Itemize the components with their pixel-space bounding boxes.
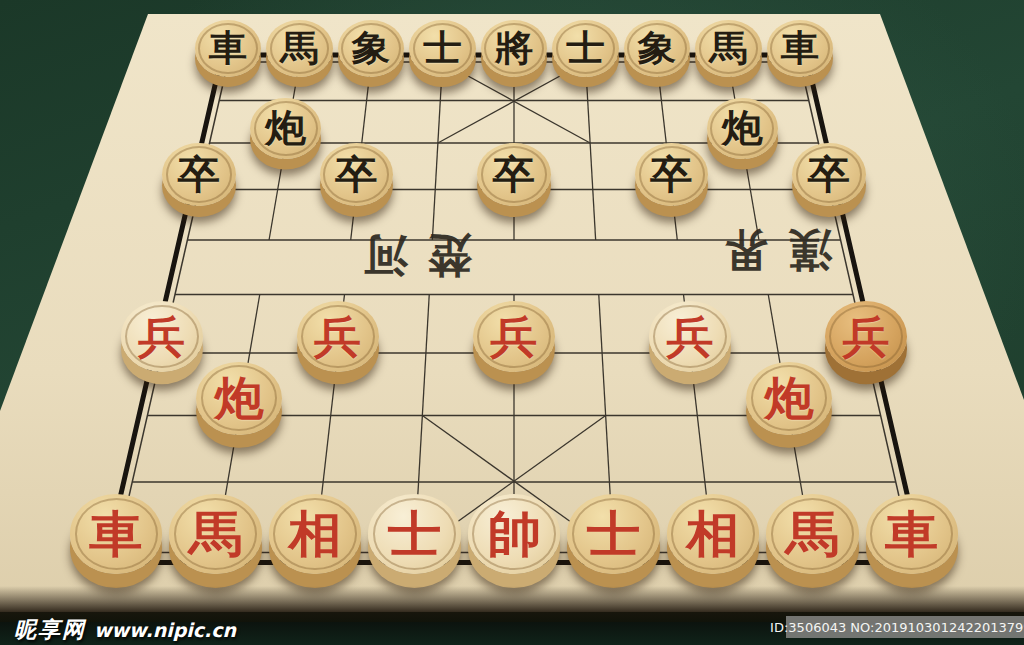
watermark-id-text: ID:3506043 NO:20191030124220137992 (770, 620, 1024, 635)
piece-red-相[interactable]: 相 (269, 494, 361, 574)
photo-scene: 楚河 漢界 車馬象士將士象馬車炮炮卒卒卒卒卒兵兵兵兵兵炮炮車馬相士帥士相馬車 昵… (0, 0, 1024, 645)
piece-glyph: 炮 (214, 376, 263, 421)
piece-red-馬[interactable]: 馬 (169, 494, 261, 574)
piece-red-車[interactable]: 車 (866, 494, 958, 574)
piece-black-馬[interactable]: 馬 (266, 20, 332, 77)
piece-red-士[interactable]: 士 (368, 494, 460, 574)
piece-black-卒[interactable]: 卒 (635, 143, 708, 206)
piece-glyph: 馬 (709, 31, 748, 67)
piece-black-炮[interactable]: 炮 (707, 98, 778, 159)
piece-glyph: 馬 (280, 31, 319, 67)
piece-glyph: 兵 (843, 315, 891, 359)
piece-glyph: 卒 (493, 155, 536, 194)
piece-glyph: 將 (495, 31, 534, 67)
piece-red-炮[interactable]: 炮 (746, 362, 831, 435)
piece-red-士[interactable]: 士 (567, 494, 659, 574)
piece-glyph: 象 (638, 31, 677, 67)
piece-black-卒[interactable]: 卒 (792, 143, 865, 206)
piece-red-炮[interactable]: 炮 (196, 362, 281, 435)
piece-red-車[interactable]: 車 (70, 494, 162, 574)
piece-black-車[interactable]: 車 (767, 20, 833, 77)
piece-glyph: 炮 (764, 376, 813, 421)
piece-glyph: 象 (352, 31, 391, 67)
watermark-id-bar: ID:3506043 NO:20191030124220137992 (786, 616, 1024, 638)
river-label-chu-he: 楚河 (328, 224, 508, 288)
piece-red-兵[interactable]: 兵 (825, 301, 907, 371)
piece-glyph: 車 (89, 509, 143, 558)
piece-glyph: 士 (587, 509, 641, 558)
piece-glyph: 馬 (189, 509, 243, 558)
river-label-han-jie: 漢界 (688, 218, 868, 282)
piece-red-帥[interactable]: 帥 (468, 494, 560, 574)
piece-black-象[interactable]: 象 (624, 20, 690, 77)
piece-glyph: 卒 (650, 155, 693, 194)
piece-black-馬[interactable]: 馬 (695, 20, 761, 77)
piece-black-卒[interactable]: 卒 (162, 143, 235, 206)
piece-black-炮[interactable]: 炮 (250, 98, 321, 159)
piece-black-卒[interactable]: 卒 (320, 143, 393, 206)
piece-glyph: 馬 (786, 509, 840, 558)
piece-glyph: 車 (781, 31, 820, 67)
piece-glyph: 兵 (314, 315, 362, 359)
piece-glyph: 士 (566, 31, 605, 67)
piece-glyph: 卒 (178, 155, 221, 194)
piece-glyph: 兵 (138, 315, 186, 359)
piece-glyph: 炮 (265, 110, 306, 148)
piece-glyph: 士 (423, 31, 462, 67)
piece-glyph: 兵 (490, 315, 538, 359)
piece-red-兵[interactable]: 兵 (297, 301, 379, 371)
piece-glyph: 卒 (808, 155, 851, 194)
piece-black-士[interactable]: 士 (552, 20, 618, 77)
piece-glyph: 相 (288, 509, 342, 558)
piece-glyph: 車 (209, 31, 248, 67)
piece-red-兵[interactable]: 兵 (473, 301, 555, 371)
watermark-left: 昵享网www.nipic.cn (14, 615, 236, 645)
piece-black-士[interactable]: 士 (409, 20, 475, 77)
piece-glyph: 帥 (487, 509, 541, 558)
piece-black-將[interactable]: 將 (481, 20, 547, 77)
piece-black-卒[interactable]: 卒 (477, 143, 550, 206)
piece-glyph: 士 (388, 509, 442, 558)
piece-glyph: 炮 (722, 110, 763, 148)
piece-red-馬[interactable]: 馬 (766, 494, 858, 574)
piece-glyph: 卒 (335, 155, 378, 194)
piece-glyph: 相 (686, 509, 740, 558)
piece-red-兵[interactable]: 兵 (649, 301, 731, 371)
piece-black-象[interactable]: 象 (338, 20, 404, 77)
piece-red-相[interactable]: 相 (667, 494, 759, 574)
piece-red-兵[interactable]: 兵 (121, 301, 203, 371)
piece-glyph: 車 (885, 509, 939, 558)
piece-glyph: 兵 (666, 315, 714, 359)
watermark-brand: 昵享网 (14, 617, 86, 642)
piece-black-車[interactable]: 車 (195, 20, 261, 77)
watermark-url: www.nipic.cn (94, 619, 236, 641)
